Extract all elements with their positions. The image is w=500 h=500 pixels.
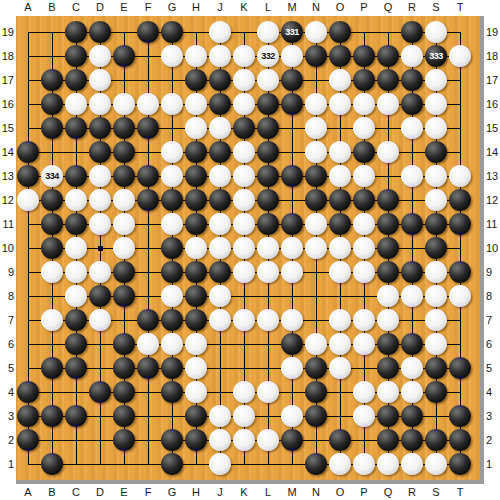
col-label-bottom: S [424,485,448,500]
stone [65,189,87,211]
stone [257,165,279,187]
stone [137,93,159,115]
stone [377,453,399,475]
stone [281,45,303,67]
stone [353,93,375,115]
move-number-stone: 332 [257,45,279,67]
stone [425,189,447,211]
stone [281,93,303,115]
stone [209,285,231,307]
stone [425,285,447,307]
stone [425,213,447,235]
stone [41,69,63,91]
row-label-right: 12 [486,188,500,212]
stone [185,93,207,115]
page: { "game": "go", "board": { "size": 19, "… [0,0,500,500]
stone [353,69,375,91]
stone [425,429,447,451]
stone [113,333,135,355]
stone [401,381,423,403]
stone [329,141,351,163]
stone [329,21,351,43]
stone [89,189,111,211]
grid-line [460,32,461,465]
stone [257,69,279,91]
stone [65,261,87,283]
stone [401,93,423,115]
row-label-right: 15 [486,116,500,140]
stone [185,261,207,283]
stone [353,45,375,67]
stone [377,405,399,427]
stone [65,237,87,259]
go-board[interactable]: 331332333334 [16,16,484,484]
stone [233,405,255,427]
row-label-left: 8 [0,284,14,308]
stone [305,237,327,259]
stone [257,261,279,283]
stone [257,93,279,115]
col-label-top: K [232,0,256,15]
stone [449,357,471,379]
stone [425,381,447,403]
stone [161,21,183,43]
stone [89,213,111,235]
stone [209,141,231,163]
stone [377,333,399,355]
stone [353,405,375,427]
stone [281,405,303,427]
stone [401,45,423,67]
stone [353,453,375,475]
row-label-left: 11 [0,212,14,236]
col-label-top: C [64,0,88,15]
stone [305,213,327,235]
stone [65,93,87,115]
stone [113,381,135,403]
row-label-right: 19 [486,20,500,44]
row-label-left: 4 [0,380,14,404]
stone [377,69,399,91]
stone [209,453,231,475]
row-label-right: 18 [486,44,500,68]
stone [305,357,327,379]
stone [377,141,399,163]
stone [233,93,255,115]
stone [353,213,375,235]
stone [113,189,135,211]
stone [185,309,207,331]
stone [233,189,255,211]
row-label-right: 3 [486,404,500,428]
stone [257,117,279,139]
row-label-right: 5 [486,356,500,380]
col-label-bottom: N [304,485,328,500]
row-label-right: 2 [486,428,500,452]
stone [377,213,399,235]
stone [113,285,135,307]
stone [209,69,231,91]
stone [377,429,399,451]
stone [329,69,351,91]
stone [281,261,303,283]
stone [305,141,327,163]
col-label-top: F [136,0,160,15]
row-label-left: 7 [0,308,14,332]
stone [89,117,111,139]
col-label-bottom: Q [376,485,400,500]
stone [209,93,231,115]
stone [185,429,207,451]
stone [41,453,63,475]
row-label-right: 16 [486,92,500,116]
col-label-bottom: E [112,485,136,500]
stone [41,237,63,259]
stone [401,69,423,91]
stone [209,165,231,187]
stone [449,165,471,187]
stone [401,213,423,235]
stone [161,213,183,235]
stone [209,213,231,235]
stone [17,405,39,427]
stone [425,357,447,379]
stone [305,381,327,403]
stone [65,21,87,43]
stone [233,141,255,163]
stone [185,333,207,355]
stone [377,261,399,283]
stone [89,141,111,163]
stone [377,45,399,67]
stone [209,21,231,43]
stone [281,333,303,355]
stone [233,237,255,259]
col-label-bottom: C [64,485,88,500]
stone [113,141,135,163]
stone [305,93,327,115]
stone [89,93,111,115]
stone [185,381,207,403]
stone [257,21,279,43]
star-point [98,246,103,251]
stone [401,357,423,379]
stone [65,117,87,139]
stone [209,261,231,283]
row-label-right: 17 [486,68,500,92]
col-label-bottom: P [352,485,376,500]
col-label-bottom: R [400,485,424,500]
stone [449,45,471,67]
row-label-left: 1 [0,452,14,476]
stone [137,117,159,139]
stone [137,21,159,43]
stone [233,261,255,283]
stone [449,189,471,211]
stone [41,213,63,235]
stone [401,429,423,451]
stone [401,117,423,139]
stone [185,237,207,259]
row-label-right: 1 [486,452,500,476]
stone [449,429,471,451]
stone [257,189,279,211]
stone [377,309,399,331]
stone [161,261,183,283]
stone [401,261,423,283]
col-label-top: A [16,0,40,15]
stone [209,429,231,451]
move-number-stone: 333 [425,45,447,67]
row-label-left: 6 [0,332,14,356]
stone [113,93,135,115]
stone [185,141,207,163]
row-label-left: 3 [0,404,14,428]
stone [233,381,255,403]
row-label-right: 9 [486,260,500,284]
stone [425,93,447,115]
stone [425,165,447,187]
col-label-top: J [208,0,232,15]
stone [17,165,39,187]
col-label-bottom: B [40,485,64,500]
stone [449,285,471,307]
col-label-top: E [112,0,136,15]
row-label-left: 10 [0,236,14,260]
stone [257,309,279,331]
stone [113,261,135,283]
stone [233,117,255,139]
col-label-top: S [424,0,448,15]
col-label-bottom: T [448,485,472,500]
col-label-bottom: H [184,485,208,500]
stone [401,21,423,43]
stone [41,261,63,283]
stone [233,69,255,91]
stone [329,189,351,211]
stone [233,213,255,235]
stone [137,189,159,211]
stone [113,165,135,187]
stone [89,309,111,331]
stone [353,381,375,403]
stone [161,453,183,475]
stone [185,189,207,211]
stone [41,309,63,331]
stone [401,405,423,427]
stone [89,381,111,403]
stone [89,21,111,43]
stone [329,237,351,259]
stone [209,189,231,211]
col-label-bottom: G [160,485,184,500]
stone [329,261,351,283]
stone [257,381,279,403]
stone [89,261,111,283]
stone [257,213,279,235]
stone [401,165,423,187]
stone [305,21,327,43]
stone [161,381,183,403]
row-label-left: 12 [0,188,14,212]
stone [209,405,231,427]
stone [113,357,135,379]
stone [329,333,351,355]
stone [257,237,279,259]
stone [281,213,303,235]
stone [401,333,423,355]
col-label-top: P [352,0,376,15]
stone [89,165,111,187]
col-label-top: H [184,0,208,15]
col-label-bottom: A [16,485,40,500]
col-label-top: G [160,0,184,15]
stone [305,333,327,355]
stone [65,165,87,187]
row-label-right: 14 [486,140,500,164]
stone [161,237,183,259]
col-label-bottom: F [136,485,160,500]
stone [233,309,255,331]
stone [89,285,111,307]
move-number-stone: 334 [41,165,63,187]
stone [41,93,63,115]
stone [233,45,255,67]
stone [329,213,351,235]
stone [233,429,255,451]
stone [377,189,399,211]
stone [137,309,159,331]
stone [65,333,87,355]
stone [425,21,447,43]
col-label-top: O [328,0,352,15]
stone [113,429,135,451]
stone [449,453,471,475]
row-label-right: 4 [486,380,500,404]
stone [449,261,471,283]
stone [281,309,303,331]
col-label-top: L [256,0,280,15]
stone [185,285,207,307]
col-label-top: R [400,0,424,15]
stone [89,45,111,67]
stone [113,117,135,139]
stone [185,213,207,235]
stone [65,285,87,307]
stone [305,117,327,139]
stone [65,213,87,235]
row-label-right: 7 [486,308,500,332]
row-label-left: 14 [0,140,14,164]
row-label-left: 18 [0,44,14,68]
col-label-bottom: L [256,485,280,500]
stone [281,357,303,379]
stone [17,189,39,211]
stone [281,429,303,451]
row-label-left: 16 [0,92,14,116]
stone [329,93,351,115]
stone [161,45,183,67]
stone [425,237,447,259]
stone [17,381,39,403]
stone [209,117,231,139]
stone [113,45,135,67]
stone [281,237,303,259]
row-label-right: 8 [486,284,500,308]
stone [161,93,183,115]
stone [425,453,447,475]
stone [425,261,447,283]
stone [65,309,87,331]
stone [377,285,399,307]
row-label-left: 15 [0,116,14,140]
move-number-stone: 331 [281,21,303,43]
stone [353,237,375,259]
stone [281,69,303,91]
stone [41,357,63,379]
row-label-left: 19 [0,20,14,44]
stone [113,237,135,259]
stone [161,189,183,211]
stone [353,333,375,355]
col-label-bottom: D [88,485,112,500]
stone [305,45,327,67]
row-label-right: 10 [486,236,500,260]
stone [353,189,375,211]
stone [137,165,159,187]
stone [185,69,207,91]
stone [65,45,87,67]
stone [89,69,111,91]
stone [449,405,471,427]
stone [425,69,447,91]
col-label-top: B [40,0,64,15]
stone [161,141,183,163]
stone [185,165,207,187]
stone [401,453,423,475]
stone [305,405,327,427]
stone [185,405,207,427]
stone [161,165,183,187]
row-label-left: 13 [0,164,14,188]
stone [305,165,327,187]
row-label-left: 5 [0,356,14,380]
row-label-left: 2 [0,428,14,452]
col-label-top: N [304,0,328,15]
stone [377,93,399,115]
stone [401,285,423,307]
stone [425,333,447,355]
stone [185,117,207,139]
stone [329,165,351,187]
stone [305,189,327,211]
stone [161,357,183,379]
stone [137,357,159,379]
col-label-top: M [280,0,304,15]
stone [281,165,303,187]
stone [233,165,255,187]
col-label-bottom: O [328,485,352,500]
row-label-right: 13 [486,164,500,188]
stone [353,309,375,331]
stone [425,141,447,163]
stone [377,381,399,403]
stone [257,429,279,451]
stone [65,69,87,91]
stone [353,117,375,139]
stone [185,357,207,379]
stone [449,213,471,235]
